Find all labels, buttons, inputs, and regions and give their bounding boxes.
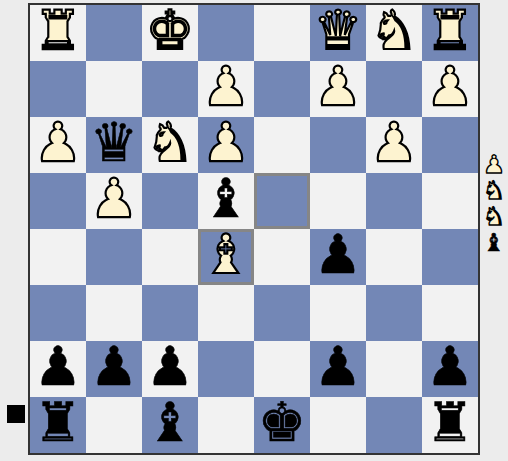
square-g2[interactable] <box>86 61 142 117</box>
piece-white-pawn[interactable]: ♟ <box>370 116 418 170</box>
captured-pieces-tray: ♟♞♞♝ <box>480 152 508 255</box>
square-e1[interactable] <box>198 5 254 61</box>
square-b5[interactable] <box>366 229 422 285</box>
piece-white-pawn[interactable]: ♟ <box>90 172 138 226</box>
piece-black-king[interactable]: ♚ <box>258 396 306 450</box>
square-g3[interactable]: ♛ <box>86 117 142 173</box>
square-b7[interactable] <box>366 341 422 397</box>
square-h2[interactable] <box>30 61 86 117</box>
piece-white-pawn[interactable]: ♟ <box>34 116 82 170</box>
square-a8[interactable]: ♜ <box>422 397 478 453</box>
square-h4[interactable] <box>30 173 86 229</box>
square-e6[interactable] <box>198 285 254 341</box>
piece-black-pawn[interactable]: ♟ <box>34 340 82 394</box>
square-e8[interactable] <box>198 397 254 453</box>
square-c4[interactable] <box>310 173 366 229</box>
square-g5[interactable] <box>86 229 142 285</box>
tray-piece-white-knight: ♞ <box>483 178 505 203</box>
piece-white-pawn[interactable]: ♟ <box>202 116 250 170</box>
piece-white-knight[interactable]: ♞ <box>370 4 418 58</box>
square-c5[interactable]: ♟ <box>310 229 366 285</box>
square-d8[interactable]: ♚ <box>254 397 310 453</box>
square-e5[interactable]: ♝ <box>198 229 254 285</box>
piece-white-pawn[interactable]: ♟ <box>202 60 250 114</box>
square-b6[interactable] <box>366 285 422 341</box>
square-c1[interactable]: ♛ <box>310 5 366 61</box>
piece-white-queen[interactable]: ♛ <box>314 4 362 58</box>
square-d7[interactable] <box>254 341 310 397</box>
square-g1[interactable] <box>86 5 142 61</box>
piece-black-pawn[interactable]: ♟ <box>90 340 138 394</box>
tray-piece-white-knight: ♞ <box>483 204 505 229</box>
piece-black-rook[interactable]: ♜ <box>426 396 474 450</box>
square-f1[interactable]: ♚ <box>142 5 198 61</box>
chess-app: ♜♚♛♞♜♟♟♟♟♛♞♟♟♟♝♝♟♟♟♟♟♟♜♝♚♜ ♟♞♞♝ <box>0 0 508 461</box>
tray-piece-black-bishop: ♝ <box>483 230 505 255</box>
square-f4[interactable] <box>142 173 198 229</box>
square-d6[interactable] <box>254 285 310 341</box>
square-a5[interactable] <box>422 229 478 285</box>
square-g4[interactable]: ♟ <box>86 173 142 229</box>
square-a6[interactable] <box>422 285 478 341</box>
square-b1[interactable]: ♞ <box>366 5 422 61</box>
square-h8[interactable]: ♜ <box>30 397 86 453</box>
square-f7[interactable]: ♟ <box>142 341 198 397</box>
square-b3[interactable]: ♟ <box>366 117 422 173</box>
square-f8[interactable]: ♝ <box>142 397 198 453</box>
square-d1[interactable] <box>254 5 310 61</box>
square-h6[interactable] <box>30 285 86 341</box>
piece-white-bishop[interactable]: ♝ <box>202 228 250 282</box>
square-f5[interactable] <box>142 229 198 285</box>
square-g6[interactable] <box>86 285 142 341</box>
piece-black-pawn[interactable]: ♟ <box>426 340 474 394</box>
square-g8[interactable] <box>86 397 142 453</box>
piece-black-bishop[interactable]: ♝ <box>202 172 250 226</box>
square-f2[interactable] <box>142 61 198 117</box>
square-d2[interactable] <box>254 61 310 117</box>
square-e7[interactable] <box>198 341 254 397</box>
square-h1[interactable]: ♜ <box>30 5 86 61</box>
piece-black-pawn[interactable]: ♟ <box>314 228 362 282</box>
square-g7[interactable]: ♟ <box>86 341 142 397</box>
square-d4[interactable] <box>254 173 310 229</box>
chess-board: ♜♚♛♞♜♟♟♟♟♛♞♟♟♟♝♝♟♟♟♟♟♟♜♝♚♜ <box>28 3 480 455</box>
piece-white-pawn[interactable]: ♟ <box>426 60 474 114</box>
piece-black-queen[interactable]: ♛ <box>90 116 138 170</box>
square-a3[interactable] <box>422 117 478 173</box>
piece-white-king[interactable]: ♚ <box>146 4 194 58</box>
square-d3[interactable] <box>254 117 310 173</box>
square-f3[interactable]: ♞ <box>142 117 198 173</box>
piece-white-knight[interactable]: ♞ <box>146 116 194 170</box>
piece-black-pawn[interactable]: ♟ <box>146 340 194 394</box>
square-c7[interactable]: ♟ <box>310 341 366 397</box>
square-d5[interactable] <box>254 229 310 285</box>
square-h3[interactable]: ♟ <box>30 117 86 173</box>
piece-white-rook[interactable]: ♜ <box>426 4 474 58</box>
square-c3[interactable] <box>310 117 366 173</box>
square-f6[interactable] <box>142 285 198 341</box>
square-c6[interactable] <box>310 285 366 341</box>
piece-black-pawn[interactable]: ♟ <box>314 340 362 394</box>
square-c8[interactable] <box>310 397 366 453</box>
square-b8[interactable] <box>366 397 422 453</box>
square-e3[interactable]: ♟ <box>198 117 254 173</box>
piece-white-pawn[interactable]: ♟ <box>314 60 362 114</box>
square-a4[interactable] <box>422 173 478 229</box>
square-c2[interactable]: ♟ <box>310 61 366 117</box>
square-e2[interactable]: ♟ <box>198 61 254 117</box>
square-b2[interactable] <box>366 61 422 117</box>
square-b4[interactable] <box>366 173 422 229</box>
square-e4[interactable]: ♝ <box>198 173 254 229</box>
tray-piece-white-pawn: ♟ <box>483 152 505 177</box>
square-a1[interactable]: ♜ <box>422 5 478 61</box>
square-a7[interactable]: ♟ <box>422 341 478 397</box>
black-to-move-indicator <box>7 405 25 423</box>
square-h5[interactable] <box>30 229 86 285</box>
piece-black-rook[interactable]: ♜ <box>34 396 82 450</box>
piece-black-bishop[interactable]: ♝ <box>146 396 194 450</box>
square-h7[interactable]: ♟ <box>30 341 86 397</box>
piece-white-rook[interactable]: ♜ <box>34 4 82 58</box>
square-a2[interactable]: ♟ <box>422 61 478 117</box>
